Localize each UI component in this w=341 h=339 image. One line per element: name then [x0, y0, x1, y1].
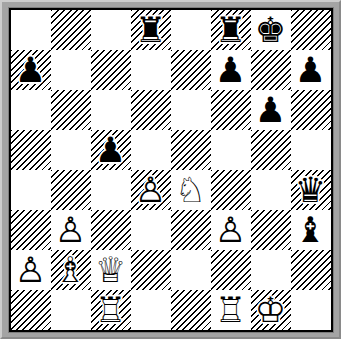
square-a2[interactable]: ♟♙ — [11, 250, 51, 290]
piece-glyph: ♟ — [11, 50, 51, 90]
piece-glyph: ♚ — [251, 10, 291, 50]
piece-glyph: ♟ — [291, 50, 331, 90]
square-g2[interactable] — [251, 250, 291, 290]
square-c3[interactable] — [91, 210, 131, 250]
square-b7[interactable] — [51, 50, 91, 90]
square-b2[interactable]: ♝♗ — [51, 250, 91, 290]
white-knight-e4[interactable]: ♞♘ — [171, 170, 211, 210]
white-king-g1[interactable]: ♚♔ — [251, 290, 291, 330]
piece-glyph: ♜ — [211, 10, 251, 50]
white-bishop-b2[interactable]: ♝♗ — [51, 250, 91, 290]
piece-glyph: ♜ — [131, 10, 171, 50]
square-a3[interactable] — [11, 210, 51, 250]
square-g4[interactable] — [251, 170, 291, 210]
square-h2[interactable] — [291, 250, 331, 290]
square-d1[interactable] — [131, 290, 171, 330]
square-g5[interactable] — [251, 130, 291, 170]
square-c6[interactable] — [91, 90, 131, 130]
square-g3[interactable] — [251, 210, 291, 250]
square-h6[interactable] — [291, 90, 331, 130]
square-a8[interactable] — [11, 10, 51, 50]
white-pawn-d4[interactable]: ♟♙ — [131, 170, 171, 210]
square-g8[interactable]: ♚♚ — [251, 10, 291, 50]
piece-glyph: ♟ — [211, 50, 251, 90]
square-h1[interactable] — [291, 290, 331, 330]
square-h3[interactable]: ♝♝ — [291, 210, 331, 250]
square-g1[interactable]: ♚♔ — [251, 290, 291, 330]
square-f6[interactable] — [211, 90, 251, 130]
square-h8[interactable] — [291, 10, 331, 50]
square-b8[interactable] — [51, 10, 91, 50]
square-f1[interactable]: ♜♖ — [211, 290, 251, 330]
square-f8[interactable]: ♜♜ — [211, 10, 251, 50]
black-pawn-g6[interactable]: ♟♟ — [251, 90, 291, 130]
square-d4[interactable]: ♟♙ — [131, 170, 171, 210]
white-queen-c2[interactable]: ♛♕ — [91, 250, 131, 290]
black-bishop-h3[interactable]: ♝♝ — [291, 210, 331, 250]
square-e4[interactable]: ♞♘ — [171, 170, 211, 210]
square-b5[interactable] — [51, 130, 91, 170]
square-a6[interactable] — [11, 90, 51, 130]
black-pawn-h7[interactable]: ♟♟ — [291, 50, 331, 90]
square-f7[interactable]: ♟♟ — [211, 50, 251, 90]
square-c1[interactable]: ♜♖ — [91, 290, 131, 330]
piece-glyph: ♛ — [291, 170, 331, 210]
square-h4[interactable]: ♛♛ — [291, 170, 331, 210]
piece-glyph: ♙ — [131, 170, 171, 210]
square-g7[interactable] — [251, 50, 291, 90]
square-a1[interactable] — [11, 290, 51, 330]
square-e6[interactable] — [171, 90, 211, 130]
square-d2[interactable] — [131, 250, 171, 290]
square-a5[interactable] — [11, 130, 51, 170]
square-a4[interactable] — [11, 170, 51, 210]
square-c7[interactable] — [91, 50, 131, 90]
square-e2[interactable] — [171, 250, 211, 290]
square-d3[interactable] — [131, 210, 171, 250]
black-pawn-f7[interactable]: ♟♟ — [211, 50, 251, 90]
black-king-g8[interactable]: ♚♚ — [251, 10, 291, 50]
piece-glyph: ♕ — [91, 250, 131, 290]
square-a7[interactable]: ♟♟ — [11, 50, 51, 90]
chessboard-border: ♜♜♜♜♚♚♟♟♟♟♟♟♟♟♟♟♟♙♞♘♛♛♟♙♟♙♝♝♟♙♝♗♛♕♜♖♜♖♚♔ — [9, 8, 333, 332]
square-c2[interactable]: ♛♕ — [91, 250, 131, 290]
square-c8[interactable] — [91, 10, 131, 50]
piece-glyph: ♘ — [171, 170, 211, 210]
square-e3[interactable] — [171, 210, 211, 250]
white-pawn-b3[interactable]: ♟♙ — [51, 210, 91, 250]
piece-glyph: ♙ — [51, 210, 91, 250]
piece-glyph: ♖ — [91, 290, 131, 330]
white-pawn-a2[interactable]: ♟♙ — [11, 250, 51, 290]
piece-glyph: ♖ — [211, 290, 251, 330]
black-rook-f8[interactable]: ♜♜ — [211, 10, 251, 50]
square-d8[interactable]: ♜♜ — [131, 10, 171, 50]
white-rook-f1[interactable]: ♜♖ — [211, 290, 251, 330]
black-queen-h4[interactable]: ♛♛ — [291, 170, 331, 210]
square-b3[interactable]: ♟♙ — [51, 210, 91, 250]
square-h7[interactable]: ♟♟ — [291, 50, 331, 90]
square-f2[interactable] — [211, 250, 251, 290]
square-e7[interactable] — [171, 50, 211, 90]
piece-glyph: ♟ — [251, 90, 291, 130]
square-b4[interactable] — [51, 170, 91, 210]
square-h5[interactable] — [291, 130, 331, 170]
square-c5[interactable]: ♟♟ — [91, 130, 131, 170]
white-pawn-f3[interactable]: ♟♙ — [211, 210, 251, 250]
black-rook-d8[interactable]: ♜♜ — [131, 10, 171, 50]
square-e5[interactable] — [171, 130, 211, 170]
square-c4[interactable] — [91, 170, 131, 210]
square-d7[interactable] — [131, 50, 171, 90]
square-b1[interactable] — [51, 290, 91, 330]
square-f4[interactable] — [211, 170, 251, 210]
piece-glyph: ♙ — [211, 210, 251, 250]
square-g6[interactable]: ♟♟ — [251, 90, 291, 130]
piece-glyph: ♗ — [51, 250, 91, 290]
square-e1[interactable] — [171, 290, 211, 330]
chessboard: ♜♜♜♜♚♚♟♟♟♟♟♟♟♟♟♟♟♙♞♘♛♛♟♙♟♙♝♝♟♙♝♗♛♕♜♖♜♖♚♔ — [11, 10, 331, 330]
square-f3[interactable]: ♟♙ — [211, 210, 251, 250]
black-pawn-c5[interactable]: ♟♟ — [91, 130, 131, 170]
piece-glyph: ♙ — [11, 250, 51, 290]
black-pawn-a7[interactable]: ♟♟ — [11, 50, 51, 90]
white-rook-c1[interactable]: ♜♖ — [91, 290, 131, 330]
piece-glyph: ♔ — [251, 290, 291, 330]
square-d5[interactable] — [131, 130, 171, 170]
piece-glyph: ♟ — [91, 130, 131, 170]
square-b6[interactable] — [51, 90, 91, 130]
square-e8[interactable] — [171, 10, 211, 50]
chessboard-frame: ♜♜♜♜♚♚♟♟♟♟♟♟♟♟♟♟♟♙♞♘♛♛♟♙♟♙♝♝♟♙♝♗♛♕♜♖♜♖♚♔ — [0, 0, 341, 339]
square-f5[interactable] — [211, 130, 251, 170]
piece-glyph: ♝ — [291, 210, 331, 250]
square-d6[interactable] — [131, 90, 171, 130]
